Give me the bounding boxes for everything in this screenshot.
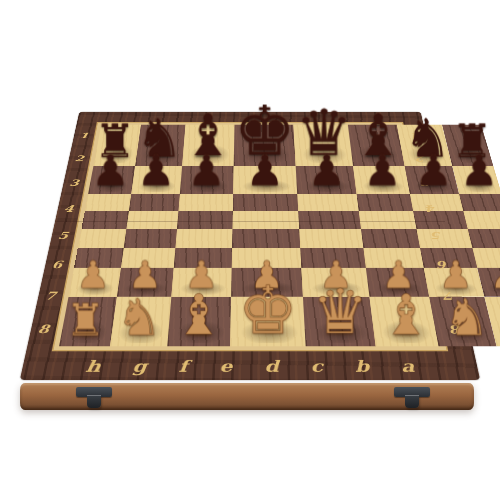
- coordinate-label: g: [132, 357, 148, 375]
- coordinate-label: 1: [79, 131, 90, 140]
- coordinate-label: 7: [44, 289, 57, 302]
- board-square: ♟: [296, 166, 357, 194]
- coordinate-label: 8: [37, 322, 51, 336]
- board-grid: ♜♞♝♚♛♝♞♜♟♟♟♟♟♟♟♟♟♟♟♟♟♟♟♟♜♞♝♚♛♝♞♜: [59, 125, 441, 346]
- board-square: ♟: [180, 166, 234, 194]
- board-square: ♚: [230, 297, 306, 347]
- white-knight-piece: ♞: [443, 294, 488, 341]
- coordinate-label: c: [310, 357, 324, 375]
- board-square: [85, 194, 131, 211]
- coordinate-label: f: [178, 357, 188, 375]
- coordinate-label: h: [84, 357, 102, 375]
- board-square: ♛: [303, 297, 376, 347]
- board-square: ♝: [167, 297, 231, 347]
- latch-right-icon: [394, 387, 430, 397]
- black-pawn-piece: ♟: [188, 151, 226, 190]
- coordinate-label: e: [219, 357, 232, 375]
- board-square: [232, 229, 300, 248]
- board-square: [126, 211, 179, 229]
- board-square: ♟: [69, 268, 121, 297]
- board-square: ♜: [59, 297, 117, 347]
- board-square: ♞: [429, 297, 496, 347]
- coordinate-label: d: [264, 357, 279, 375]
- box-front-edge: [20, 383, 474, 410]
- board-square: [78, 229, 126, 248]
- white-pawn-piece: ♟: [490, 257, 500, 292]
- board-square: [297, 194, 358, 211]
- coordinate-label: 1: [411, 131, 422, 140]
- board-square: ♟: [452, 166, 500, 194]
- board-square: [123, 229, 177, 248]
- product-photo-stage: ♜♞♝♚♛♝♞♜♟♟♟♟♟♟♟♟♟♟♟♟♟♟♟♟♜♞♝♚♛♝♞♜ 1234567…: [0, 0, 500, 500]
- white-bishop-piece: ♝: [381, 290, 431, 341]
- coordinate-label: 4: [425, 203, 437, 214]
- white-bishop-piece: ♝: [174, 290, 224, 341]
- board-square: [81, 211, 128, 229]
- board-square: [361, 229, 420, 248]
- board-square: ♟: [405, 166, 459, 194]
- coordinate-label: 2: [415, 154, 426, 164]
- board-square: [463, 211, 500, 229]
- board-scene: ♜♞♝♚♛♝♞♜♟♟♟♟♟♟♟♟♟♟♟♟♟♟♟♟♜♞♝♚♛♝♞♜ 1234567…: [54, 30, 446, 422]
- white-pawn-piece: ♟: [439, 257, 473, 292]
- coordinate-label: 3: [420, 178, 431, 188]
- white-queen-piece: ♛: [313, 284, 368, 341]
- board-square: [359, 211, 417, 229]
- black-pawn-piece: ♟: [137, 151, 175, 190]
- black-pawn-piece: ♟: [364, 151, 402, 190]
- board-square: [177, 211, 233, 229]
- white-knight-piece: ♞: [117, 294, 162, 341]
- board-square: [179, 194, 234, 211]
- board-square: ♟: [88, 166, 135, 194]
- board-square: ♝: [370, 297, 439, 347]
- board-square: [299, 229, 363, 248]
- board-square: [357, 194, 413, 211]
- white-rook-piece: ♜: [65, 300, 105, 341]
- board-square: [459, 194, 500, 211]
- playing-area: ♜♞♝♚♛♝♞♜♟♟♟♟♟♟♟♟♟♟♟♟♟♟♟♟♜♞♝♚♛♝♞♜: [52, 122, 448, 351]
- black-pawn-piece: ♟: [246, 151, 284, 190]
- board-square: ♞: [110, 297, 172, 347]
- board-square: [129, 194, 180, 211]
- chess-board: ♜♞♝♚♛♝♞♜♟♟♟♟♟♟♟♟♟♟♟♟♟♟♟♟♜♞♝♚♛♝♞♜ 1234567…: [20, 112, 480, 380]
- coordinate-label: 4: [63, 203, 75, 214]
- files-bottom: hgfedcba: [68, 354, 433, 379]
- board-square: ♟: [233, 166, 297, 194]
- black-pawn-piece: ♟: [308, 151, 346, 190]
- black-pawn-piece: ♟: [91, 151, 129, 190]
- coordinate-label: a: [400, 357, 416, 375]
- coordinate-label: b: [354, 357, 370, 375]
- coordinate-label: 3: [69, 178, 80, 188]
- board-square: [298, 211, 361, 229]
- white-pawn-piece: ♟: [128, 257, 162, 292]
- coordinate-label: 5: [57, 230, 69, 241]
- coordinate-label: 6: [51, 259, 64, 271]
- board-square: ♟: [353, 166, 410, 194]
- black-pawn-piece: ♟: [460, 151, 498, 190]
- latch-left-icon: [76, 387, 112, 397]
- board-square: ♟: [131, 166, 182, 194]
- white-king-piece: ♚: [238, 280, 298, 341]
- board-square: [468, 229, 500, 248]
- board-square: [233, 194, 298, 211]
- board-square: [233, 211, 300, 229]
- board-square: [176, 229, 233, 248]
- white-pawn-piece: ♟: [77, 257, 111, 292]
- coordinate-label: 2: [74, 154, 85, 164]
